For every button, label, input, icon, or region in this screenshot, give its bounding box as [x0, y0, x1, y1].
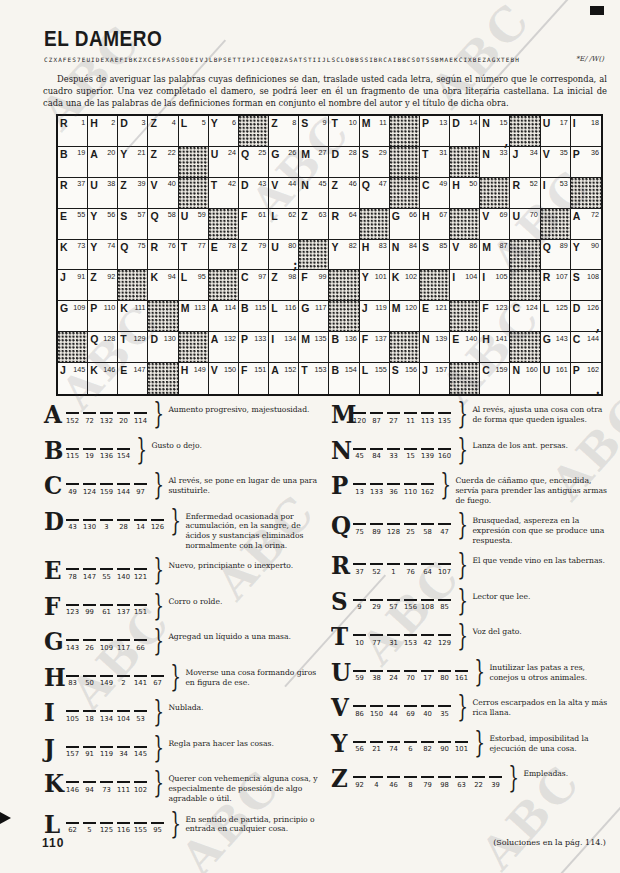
letter-slot[interactable]: 21 [370, 741, 383, 754]
letter-slot[interactable]: 121 [134, 568, 147, 581]
letter-slot[interactable]: 24 [387, 670, 400, 683]
letter-slot[interactable]: 123 [66, 604, 79, 617]
letter-slot[interactable]: 59 [353, 670, 366, 683]
letter-slot[interactable]: 34 [117, 746, 130, 759]
cell-145[interactable]: J145 [58, 363, 88, 394]
blank-dash [421, 634, 434, 636]
cell-107[interactable]: R107 [541, 270, 571, 301]
cell-66[interactable]: G66 [390, 209, 420, 240]
cell-69[interactable]: V69 [480, 209, 510, 240]
cell-110[interactable]: P110 [88, 301, 118, 332]
letter-slot[interactable]: 82 [421, 741, 434, 754]
letter-slot[interactable]: 150 [370, 705, 383, 718]
letter-slot[interactable]: 10 [353, 634, 366, 647]
letter-slot[interactable]: 89 [370, 523, 383, 536]
cell-34[interactable]: J34 [510, 147, 540, 178]
cell-70[interactable]: U70 [510, 209, 540, 240]
letter-slot[interactable]: 146 [66, 781, 79, 794]
cell-number: 129 [133, 334, 145, 343]
cell-162[interactable]: P162. [571, 363, 601, 394]
cell-58[interactable]: Q58 [148, 209, 178, 240]
cell-75[interactable]: Q75 [118, 240, 148, 271]
letter-slot[interactable]: 140 [117, 568, 130, 581]
cell-85[interactable]: S85 [420, 240, 450, 271]
cell-6[interactable]: Y6 [209, 116, 239, 147]
cell-124[interactable]: C124 [510, 301, 540, 332]
edge-arrow-mark [0, 812, 11, 824]
cell-99[interactable]: F99 [299, 270, 329, 301]
clue-B: B11519136154}Gusto o dejo. [44, 439, 324, 466]
cell-clue-letter: S [422, 241, 429, 253]
cell-4[interactable]: Z4 [148, 116, 178, 147]
cell-144[interactable]: C144 [571, 332, 601, 363]
letter-slot[interactable]: 35 [438, 705, 451, 718]
letter-slot[interactable]: 102 [134, 781, 147, 794]
letter-slot[interactable]: 26 [83, 639, 96, 652]
slot-number: 40 [423, 710, 432, 718]
letter-slot[interactable]: 74 [387, 741, 400, 754]
cell-108[interactable]: S108 [571, 270, 601, 301]
brace-glyph: } [457, 620, 468, 650]
cell-57[interactable]: S57 [118, 209, 148, 240]
letter-slot[interactable]: 22 [472, 776, 485, 789]
cell-137[interactable]: F137 [360, 332, 390, 363]
letter-slot[interactable]: 44 [387, 705, 400, 718]
letter-slot[interactable]: 28 [117, 519, 130, 532]
slot-number: 2 [121, 679, 125, 687]
letter-slot[interactable]: 42 [421, 634, 434, 647]
letter-slot[interactable]: 134 [100, 710, 113, 723]
cell-55[interactable]: E55 [58, 209, 88, 240]
cell-104[interactable]: I104 [450, 270, 480, 301]
blank-dash [370, 705, 383, 707]
letter-slot[interactable]: 53 [134, 710, 147, 723]
letter-slot[interactable]: 31 [387, 634, 400, 647]
letter-slot[interactable]: 99 [83, 604, 96, 617]
cell-111[interactable]: K111 [118, 301, 148, 332]
slot-number: 83 [68, 679, 77, 687]
cell-number: 125 [556, 303, 568, 312]
letter-slot[interactable]: 128 [387, 523, 400, 536]
letter-slot[interactable]: 64 [421, 563, 434, 576]
cell-24[interactable]: U24 [209, 147, 239, 178]
cell-1[interactable]: R1 [58, 116, 88, 147]
cell-123[interactable]: F123 [480, 301, 510, 332]
cell-56[interactable]: Y56 [88, 209, 118, 240]
letter-slot[interactable]: 43 [66, 519, 79, 532]
letter-slot[interactable]: 124 [83, 483, 96, 496]
letter-slot[interactable]: 80 [438, 670, 451, 683]
slot-number: 162 [421, 488, 434, 496]
clue-cell-numbers: 4313032814126 [66, 519, 164, 532]
cell-134[interactable]: I134 [269, 332, 299, 363]
letter-slot[interactable]: 144 [117, 483, 130, 496]
letter-slot[interactable]: 39 [489, 776, 502, 789]
cell-43[interactable]: D43 [239, 178, 269, 209]
cell-157[interactable]: J157 [420, 363, 450, 394]
cell-37[interactable]: R37 [58, 178, 88, 209]
letter-slot[interactable]: 5 [83, 822, 96, 835]
letter-slot[interactable]: 101 [455, 741, 468, 754]
cell-clue-letter: G [271, 148, 279, 160]
cell-22[interactable]: Z22 [148, 147, 178, 178]
cell-17[interactable]: U17 [541, 116, 571, 147]
cell-29[interactable]: S29 [360, 147, 390, 178]
letter-slot[interactable]: 14 [134, 519, 147, 532]
letter-slot[interactable]: 115 [66, 448, 79, 461]
cell-67[interactable]: H67 [420, 209, 450, 240]
letter-slot[interactable]: 114 [134, 412, 147, 425]
cell-49[interactable]: C49 [420, 178, 450, 209]
letter-slot[interactable]: 104 [117, 710, 130, 723]
letter-slot[interactable]: 137 [117, 604, 130, 617]
slot-number: 140 [117, 573, 130, 581]
cell-13[interactable]: P13 [420, 116, 450, 147]
cell-109[interactable]: G109 [58, 301, 88, 332]
cell-126[interactable]: D126, [571, 301, 601, 332]
blocked-cell-51 [480, 178, 510, 209]
cell-97[interactable]: C97 [239, 270, 269, 301]
letter-slot[interactable]: 50 [83, 675, 96, 688]
cell-72[interactable]: A72 [571, 209, 601, 240]
letter-slot[interactable]: 86 [353, 705, 366, 718]
letter-slot[interactable]: 110 [404, 483, 417, 496]
letter-slot[interactable]: 79 [421, 776, 434, 789]
cell-15[interactable]: N15, [480, 116, 510, 147]
letter-slot[interactable]: 161 [455, 670, 468, 683]
letter-slot[interactable]: 113 [421, 412, 434, 425]
cell-151[interactable]: F151 [239, 363, 269, 394]
letter-slot[interactable]: 78 [66, 568, 79, 581]
letter-slot[interactable]: 141 [134, 675, 147, 688]
cell-38[interactable]: U38 [88, 178, 118, 209]
cell-25[interactable]: Q25 [239, 147, 269, 178]
cell-152[interactable]: A152 [269, 363, 299, 394]
cell-number: 50 [469, 179, 477, 188]
cell-86[interactable]: V86 [450, 240, 480, 271]
letter-slot[interactable]: 85 [438, 599, 451, 612]
cell-64[interactable]: R64 [329, 209, 359, 240]
letter-slot[interactable]: 25 [404, 523, 417, 536]
cell-28[interactable]: D28 [329, 147, 359, 178]
letter-slot[interactable]: 133 [370, 483, 383, 496]
letter-slot[interactable]: 8 [404, 776, 417, 789]
cell-87[interactable]: M87 [480, 240, 510, 271]
letter-slot[interactable]: 151 [134, 604, 147, 617]
cell-number: 152 [284, 365, 296, 374]
cell-78[interactable]: E78 [209, 240, 239, 271]
cell-155[interactable]: L155 [360, 363, 390, 394]
cell-26[interactable]: G26 [269, 147, 299, 178]
cell-139[interactable]: N139 [420, 332, 450, 363]
cell-128[interactable]: Q128 [88, 332, 118, 363]
cell-98[interactable]: Z98 [269, 270, 299, 301]
letter-slot[interactable]: 97 [134, 483, 147, 496]
cell-20[interactable]: A20 [88, 147, 118, 178]
cell-159[interactable]: C159 [480, 363, 510, 394]
blank-dash [353, 523, 366, 525]
cell-10[interactable]: T10 [329, 116, 359, 147]
letter-slot[interactable]: 57 [387, 599, 400, 612]
letter-slot[interactable]: 72 [83, 412, 96, 425]
cell-91[interactable]: J91 [58, 270, 88, 301]
letter-slot[interactable]: 61 [100, 604, 113, 617]
letter-slot[interactable]: 95 [151, 822, 164, 835]
cell-129[interactable]: T129 [118, 332, 148, 363]
cell-47[interactable]: Q47 [360, 178, 390, 209]
cell-89[interactable]: Q89 [541, 240, 571, 271]
slot-number: 153 [404, 639, 417, 647]
letter-slot[interactable]: 136 [100, 448, 113, 461]
letter-slot[interactable]: 46 [387, 776, 400, 789]
cell-35[interactable]: V35 [541, 147, 571, 178]
letter-slot[interactable]: 37 [353, 563, 366, 576]
clue-I: I1051813410453}Nublada. [44, 701, 324, 728]
letter-slot[interactable]: 90 [438, 741, 451, 754]
cell-18[interactable]: I18 [571, 116, 601, 147]
letter-slot[interactable]: 105 [66, 710, 79, 723]
letter-slot[interactable]: 45 [353, 448, 366, 461]
letter-slot[interactable]: 52 [370, 563, 383, 576]
letter-slot[interactable]: 2 [117, 675, 130, 688]
letter-slot[interactable]: 36 [387, 483, 400, 496]
cell-46[interactable]: Z46 [329, 178, 359, 209]
letter-slot[interactable]: 77 [370, 634, 383, 647]
letter-slot[interactable]: 70 [404, 670, 417, 683]
cell-2[interactable]: H2 [88, 116, 118, 147]
cell-73[interactable]: K73 [58, 240, 88, 271]
cell-90[interactable]: Y90 [571, 240, 601, 271]
brace-glyph: } [153, 626, 164, 656]
cell-149[interactable]: H149 [179, 363, 209, 394]
letter-slot[interactable]: 159 [100, 483, 113, 496]
cell-143[interactable]: G143 [541, 332, 571, 363]
cell-61[interactable]: F61 [239, 209, 269, 240]
letter-slot[interactable]: 147 [83, 568, 96, 581]
letter-slot[interactable]: 135 [438, 412, 451, 425]
letter-slot[interactable]: 84 [370, 448, 383, 461]
letter-slot[interactable]: 119 [100, 746, 113, 759]
cell-59[interactable]: U59 [179, 209, 209, 240]
letter-slot[interactable]: 109 [100, 639, 113, 652]
cell-113[interactable]: M113 [179, 301, 209, 332]
cell-147[interactable]: E147 [118, 363, 148, 394]
letter-slot[interactable]: 160 [438, 448, 451, 461]
cell-21[interactable]: Y21 [118, 147, 148, 178]
cell-63[interactable]: Z63 [299, 209, 329, 240]
clue-E: E7814755140121}Nuevo, principiante o ine… [44, 559, 324, 586]
cell-136[interactable]: B136 [329, 332, 359, 363]
cell-92[interactable]: Z92 [88, 270, 118, 301]
cell-27[interactable]: M27 [299, 147, 329, 178]
letter-slot[interactable]: 155 [134, 822, 147, 835]
letter-slot[interactable]: 94 [83, 781, 96, 794]
cell-number: 130 [164, 334, 176, 343]
cell-31[interactable]: T31 [420, 147, 450, 178]
cell-9[interactable]: S9 [299, 116, 329, 147]
cell-77[interactable]: T77 [179, 240, 209, 271]
cell-33[interactable]: N33 [480, 147, 510, 178]
letter-slot[interactable]: 116 [117, 822, 130, 835]
letter-slot[interactable]: 87 [370, 412, 383, 425]
cell-5[interactable]: L5 [179, 116, 209, 147]
letter-slot[interactable]: 130 [83, 519, 96, 532]
cell-133[interactable]: P133 [239, 332, 269, 363]
cell-95[interactable]: L95 [179, 270, 209, 301]
cell-clue-letter: U [211, 148, 219, 160]
cell-84[interactable]: N84 [390, 240, 420, 271]
letter-slot[interactable]: 13 [353, 483, 366, 496]
letter-slot[interactable]: 18 [83, 710, 96, 723]
letter-slot[interactable]: 125 [100, 822, 113, 835]
cell-44[interactable]: V44 [269, 178, 299, 209]
cell-80[interactable]: U80; [269, 240, 299, 271]
cell-clue-letter: N [512, 364, 520, 376]
letter-slot[interactable]: 17 [421, 670, 434, 683]
cell-156[interactable]: S156 [390, 363, 420, 394]
blank-dash [438, 705, 451, 707]
letter-slot[interactable]: 108 [421, 599, 434, 612]
letter-slot[interactable]: 162 [421, 483, 434, 496]
letter-slot[interactable]: 143 [66, 639, 79, 652]
cell-116[interactable]: L116 [269, 301, 299, 332]
cell-clue-letter: M [301, 333, 310, 345]
cell-53[interactable]: I53 [541, 178, 571, 209]
cell-82[interactable]: Y82 [329, 240, 359, 271]
cell-132[interactable]: A132 [209, 332, 239, 363]
letter-slot[interactable]: 49 [66, 483, 79, 496]
cell-36[interactable]: P36 [571, 147, 601, 178]
cell-117[interactable]: G117 [299, 301, 329, 332]
letter-slot[interactable]: 55 [100, 568, 113, 581]
cell-8[interactable]: Z8 [269, 116, 299, 147]
cell-102[interactable]: K102 [390, 270, 420, 301]
cell-153[interactable]: T153 [299, 363, 329, 394]
cell-115[interactable]: B115 [239, 301, 269, 332]
cell-114[interactable]: A114 [209, 301, 239, 332]
letter-slot[interactable]: 92 [353, 776, 366, 789]
cell-45[interactable]: N45 [299, 178, 329, 209]
letter-slot[interactable]: 40 [421, 705, 434, 718]
cell-121[interactable]: E121 [420, 301, 450, 332]
letter-slot[interactable]: 3 [100, 519, 113, 532]
cell-120[interactable]: M120 [390, 301, 420, 332]
clue-definition: Aumento progresivo, majestuosidad. [168, 405, 324, 415]
cell-52[interactable]: R52 [510, 178, 540, 209]
letter-slot[interactable]: 38 [370, 670, 383, 683]
cell-119[interactable]: J119 [360, 301, 390, 332]
letter-slot[interactable]: 1 [387, 563, 400, 576]
clue-letter: P [331, 474, 351, 498]
clue-letter: J [44, 737, 64, 761]
cell-105[interactable]: I105 [480, 270, 510, 301]
letter-slot[interactable]: 11 [404, 412, 417, 425]
cell-79[interactable]: Z79 [239, 240, 269, 271]
letter-slot[interactable]: 66 [134, 639, 147, 652]
cell-50[interactable]: H50 [450, 178, 480, 209]
cell-42[interactable]: T42 [209, 178, 239, 209]
cell-clue-letter: D [241, 179, 249, 191]
cell-140[interactable]: E140 [450, 332, 480, 363]
cell-150[interactable]: V150 [209, 363, 239, 394]
cell-135[interactable]: M135 [299, 332, 329, 363]
letter-slot[interactable]: 111 [117, 781, 130, 794]
cell-14[interactable]: D14 [450, 116, 480, 147]
letter-slot[interactable]: 157 [66, 746, 79, 759]
cell-40[interactable]: V40 [148, 178, 178, 209]
letter-slot[interactable]: 126 [151, 519, 164, 532]
letter-slot[interactable]: 139 [421, 448, 434, 461]
letter-slot[interactable]: 58 [421, 523, 434, 536]
cell-160[interactable]: N160 [510, 363, 540, 394]
cell-130[interactable]: D130 [148, 332, 178, 363]
cell-74[interactable]: Y74 [88, 240, 118, 271]
letter-slot[interactable]: 69 [404, 705, 417, 718]
cell-39[interactable]: Z39 [118, 178, 148, 209]
cell-146[interactable]: K146 [88, 363, 118, 394]
letter-slot[interactable]: 63 [455, 776, 468, 789]
letter-slot[interactable]: 27 [387, 412, 400, 425]
letter-slot[interactable]: 20 [117, 412, 130, 425]
letter-slot[interactable]: 76 [404, 563, 417, 576]
letter-slot[interactable]: 75 [353, 523, 366, 536]
cell-83[interactable]: H83 [360, 240, 390, 271]
cell-101[interactable]: Y101 [360, 270, 390, 301]
letter-slot[interactable]: 62 [66, 822, 79, 835]
cell-19[interactable]: B19 [58, 147, 88, 178]
clue-C: C4912415914497}Al revés, se pone en luga… [44, 474, 324, 501]
letter-slot[interactable]: 73 [100, 781, 113, 794]
cell-161[interactable]: U161 [541, 363, 571, 394]
letter-slot[interactable]: 117 [117, 639, 130, 652]
letter-slot[interactable]: 107 [438, 563, 451, 576]
letter-slot[interactable]: 154 [117, 448, 130, 461]
letter-slot[interactable]: 153 [404, 634, 417, 647]
cell-11[interactable]: M11 [360, 116, 390, 147]
slot-number: 133 [370, 488, 383, 496]
letter-slot[interactable]: 152 [66, 412, 79, 425]
letter-slot[interactable]: 149 [100, 675, 113, 688]
letter-slot[interactable]: 56 [353, 741, 366, 754]
letter-slot[interactable]: 145 [134, 746, 147, 759]
letter-slot[interactable]: 19 [83, 448, 96, 461]
letter-slot[interactable]: 98 [438, 776, 451, 789]
cell-154[interactable]: B154 [329, 363, 359, 394]
cell-clue-letter: T [331, 117, 337, 129]
letter-slot[interactable]: 67 [151, 675, 164, 688]
letter-slot[interactable]: 33 [387, 448, 400, 461]
letter-slot[interactable]: 91 [83, 746, 96, 759]
cell-125[interactable]: L125 [541, 301, 571, 332]
letter-slot[interactable]: 47 [438, 523, 451, 536]
slot-number: 102 [134, 786, 147, 794]
cell-94[interactable]: K94 [148, 270, 178, 301]
slot-number: 108 [421, 603, 434, 611]
cell-62[interactable]: L62 [269, 209, 299, 240]
letter-slot[interactable]: 83 [66, 675, 79, 688]
letter-slot[interactable]: 29 [370, 599, 383, 612]
cell-141[interactable]: H141 [480, 332, 510, 363]
letter-slot[interactable]: 15 [404, 448, 417, 461]
letter-slot[interactable]: 132 [100, 412, 113, 425]
letter-slot[interactable]: 156 [404, 599, 417, 612]
cell-76[interactable]: R76 [148, 240, 178, 271]
letter-slot[interactable]: 4 [370, 776, 383, 789]
letter-slot[interactable]: 6 [404, 741, 417, 754]
cell-3[interactable]: D3 [118, 116, 148, 147]
letter-slot[interactable]: 129 [438, 634, 451, 647]
letter-slot[interactable]: 9 [353, 599, 366, 612]
